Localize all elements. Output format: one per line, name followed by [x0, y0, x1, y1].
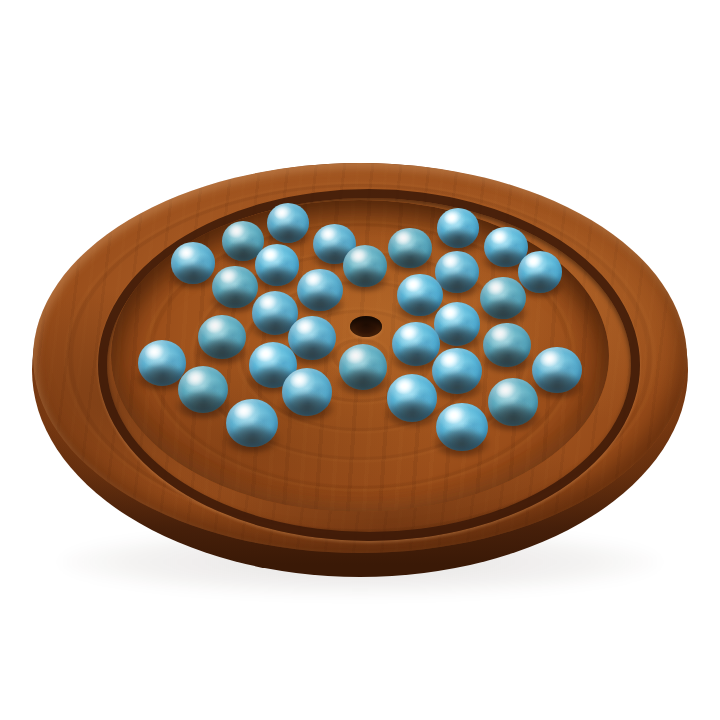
marble-r1c3[interactable]: [437, 208, 479, 248]
marble-r3c3[interactable]: [343, 245, 387, 286]
marble-r5c1[interactable]: [171, 242, 215, 283]
marble-r6c5[interactable]: [282, 368, 332, 415]
marble-r5c6[interactable]: [387, 374, 437, 421]
marble-r4c3[interactable]: [297, 269, 342, 312]
marble-r6c3[interactable]: [198, 315, 245, 360]
marble-r7c4[interactable]: [178, 366, 228, 413]
marble-r3c1[interactable]: [267, 203, 309, 242]
solitaire-board-photo: [0, 0, 720, 720]
marble-r3c7[interactable]: [532, 347, 581, 393]
marble-r1c5[interactable]: [518, 251, 562, 293]
marble-r2c5[interactable]: [480, 277, 526, 320]
marble-r4c7[interactable]: [488, 378, 539, 426]
marble-r3c6[interactable]: [483, 323, 531, 368]
marble-r3c5[interactable]: [434, 302, 481, 346]
marble-r7c3[interactable]: [138, 340, 187, 386]
marble-r5c7[interactable]: [436, 403, 488, 452]
marble-r5c4[interactable]: [288, 316, 336, 361]
marble-r7c5[interactable]: [226, 399, 278, 448]
marble-r4c6[interactable]: [432, 348, 481, 394]
marble-r5c2[interactable]: [212, 266, 257, 308]
marble-r4c2[interactable]: [255, 244, 299, 285]
marble-r2c3[interactable]: [388, 228, 431, 269]
center-hole-empty[interactable]: [350, 316, 382, 337]
marble-r4c5[interactable]: [392, 322, 440, 367]
marble-r3c4[interactable]: [397, 274, 442, 317]
marble-r5c5[interactable]: [339, 344, 388, 390]
